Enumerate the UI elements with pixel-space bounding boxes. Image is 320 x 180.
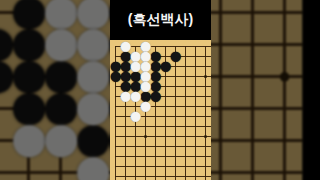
- white-stone: ●: [43, 27, 75, 59]
- star-point: [144, 135, 147, 138]
- white-stone: ●: [130, 91, 140, 101]
- white-stone: ●: [130, 61, 140, 71]
- black-stone: ●: [170, 51, 180, 61]
- star-point: [204, 135, 207, 138]
- white-stone: ●: [140, 81, 150, 91]
- white-stone: ●: [120, 91, 130, 101]
- white-stone: ●: [11, 123, 43, 155]
- white-stone: ●: [75, 91, 107, 123]
- center-strip: (흑선백사) ●●●●●●●●●●●●●●●●●●●●●●●●●●●●: [110, 0, 211, 180]
- star-point: [204, 75, 207, 78]
- black-stone: ●: [110, 71, 120, 81]
- problem-title: (흑선백사): [128, 11, 193, 29]
- white-stone: ●: [130, 111, 140, 121]
- white-stone: ●: [75, 155, 107, 180]
- black-stone: ●: [160, 61, 170, 71]
- black-stone: ●: [0, 59, 11, 91]
- white-stone: ●: [140, 101, 150, 111]
- white-stone: ●: [120, 41, 130, 51]
- video-frame: ●●●●●●●●●●●●●●●●●●●●●●●●●●●● (흑선백사) ●●●●…: [0, 0, 320, 180]
- title-bar: (흑선백사): [110, 0, 211, 40]
- go-board: ●●●●●●●●●●●●●●●●●●●●●●●●●●●●: [110, 40, 211, 180]
- black-stone: ●: [150, 91, 160, 101]
- white-stone: ●: [43, 123, 75, 155]
